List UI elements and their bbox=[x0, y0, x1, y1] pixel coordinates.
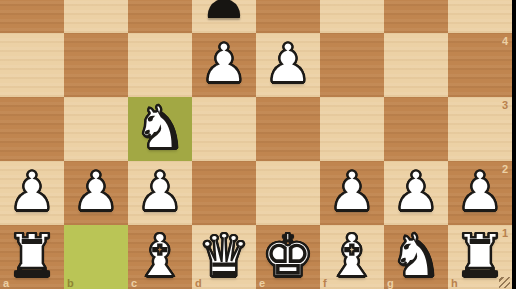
square-f2[interactable]: ♟ bbox=[320, 161, 384, 225]
white-knight-g1[interactable]: ♞ bbox=[390, 224, 443, 288]
square-d1[interactable]: ♛d bbox=[192, 225, 256, 289]
square-d3[interactable] bbox=[192, 97, 256, 161]
white-pawn-f2[interactable]: ♟ bbox=[328, 160, 376, 224]
square-e3[interactable] bbox=[256, 97, 320, 161]
square-c5[interactable] bbox=[128, 0, 192, 33]
white-pawn-a2[interactable]: ♟ bbox=[8, 160, 56, 224]
square-f4[interactable] bbox=[320, 33, 384, 97]
rank-label-2: 2 bbox=[502, 163, 508, 175]
square-g1[interactable]: ♞g bbox=[384, 225, 448, 289]
square-f5[interactable] bbox=[320, 0, 384, 33]
white-pawn-d4[interactable]: ♟ bbox=[200, 32, 248, 96]
square-g5[interactable] bbox=[384, 0, 448, 33]
board-resize-handle[interactable] bbox=[499, 277, 510, 288]
white-pawn-b2[interactable]: ♟ bbox=[72, 160, 120, 224]
square-f1[interactable]: ♝f bbox=[320, 225, 384, 289]
rank-label-1: 1 bbox=[502, 227, 508, 239]
square-g4[interactable] bbox=[384, 33, 448, 97]
file-label-a: a bbox=[3, 277, 9, 289]
square-a5[interactable] bbox=[0, 0, 64, 33]
file-label-c: c bbox=[131, 277, 137, 289]
chess-board: ♟♟♟4♞3♟♟♟♟♟♟2♜ab♝c♛d♚e♝f♞g♜1h bbox=[0, 0, 512, 289]
square-e5[interactable] bbox=[256, 0, 320, 33]
chess-app-screen: ♟♟♟4♞3♟♟♟♟♟♟2♜ab♝c♛d♚e♝f♞g♜1h bbox=[0, 0, 516, 289]
square-h4[interactable]: 4 bbox=[448, 33, 512, 97]
square-c3[interactable]: ♞ bbox=[128, 97, 192, 161]
square-f3[interactable] bbox=[320, 97, 384, 161]
square-b1[interactable]: b bbox=[64, 225, 128, 289]
square-g3[interactable] bbox=[384, 97, 448, 161]
rank-label-3: 3 bbox=[502, 99, 508, 111]
file-label-g: g bbox=[387, 277, 394, 289]
white-rook-a1[interactable]: ♜ bbox=[6, 224, 59, 288]
right-letterbox-strip bbox=[512, 0, 516, 289]
white-pawn-h2[interactable]: ♟ bbox=[456, 160, 504, 224]
square-e4[interactable]: ♟ bbox=[256, 33, 320, 97]
square-b5[interactable] bbox=[64, 0, 128, 33]
square-b2[interactable]: ♟ bbox=[64, 161, 128, 225]
white-bishop-f1[interactable]: ♝ bbox=[326, 224, 379, 288]
square-e2[interactable] bbox=[256, 161, 320, 225]
square-a4[interactable] bbox=[0, 33, 64, 97]
square-g2[interactable]: ♟ bbox=[384, 161, 448, 225]
white-king-e1[interactable]: ♚ bbox=[262, 224, 315, 288]
square-h3[interactable]: 3 bbox=[448, 97, 512, 161]
square-h5[interactable] bbox=[448, 0, 512, 33]
file-label-h: h bbox=[451, 277, 458, 289]
square-b3[interactable] bbox=[64, 97, 128, 161]
square-c2[interactable]: ♟ bbox=[128, 161, 192, 225]
square-d2[interactable] bbox=[192, 161, 256, 225]
white-pawn-c2[interactable]: ♟ bbox=[136, 160, 184, 224]
white-knight-c3[interactable]: ♞ bbox=[134, 96, 187, 160]
black-pawn-d5[interactable]: ♟ bbox=[200, 0, 248, 32]
square-d5[interactable]: ♟ bbox=[192, 0, 256, 33]
square-h2[interactable]: ♟2 bbox=[448, 161, 512, 225]
white-pawn-e4[interactable]: ♟ bbox=[264, 32, 312, 96]
white-bishop-c1[interactable]: ♝ bbox=[134, 224, 187, 288]
rank-label-4: 4 bbox=[502, 35, 508, 47]
square-a2[interactable]: ♟ bbox=[0, 161, 64, 225]
file-label-e: e bbox=[259, 277, 265, 289]
square-a3[interactable] bbox=[0, 97, 64, 161]
square-c1[interactable]: ♝c bbox=[128, 225, 192, 289]
white-pawn-g2[interactable]: ♟ bbox=[392, 160, 440, 224]
file-label-f: f bbox=[323, 277, 327, 289]
square-a1[interactable]: ♜a bbox=[0, 225, 64, 289]
file-label-d: d bbox=[195, 277, 202, 289]
white-queen-d1[interactable]: ♛ bbox=[198, 224, 251, 288]
file-label-b: b bbox=[67, 277, 74, 289]
square-e1[interactable]: ♚e bbox=[256, 225, 320, 289]
square-d4[interactable]: ♟ bbox=[192, 33, 256, 97]
square-b4[interactable] bbox=[64, 33, 128, 97]
square-c4[interactable] bbox=[128, 33, 192, 97]
